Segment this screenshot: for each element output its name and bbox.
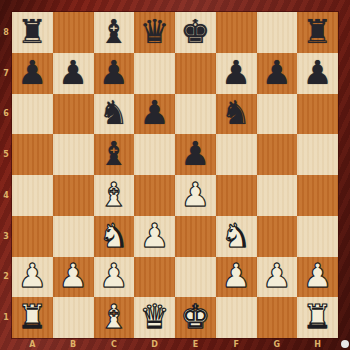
square-e2[interactable]	[175, 257, 216, 298]
square-g6[interactable]	[257, 94, 298, 135]
square-g7[interactable]: ♟	[257, 53, 298, 94]
piece-black-knight: ♞	[99, 96, 129, 129]
square-g5[interactable]	[257, 134, 298, 175]
square-f7[interactable]: ♟	[216, 53, 257, 94]
square-d6[interactable]: ♟	[134, 94, 175, 135]
file-label-c: C	[94, 338, 135, 350]
piece-black-king: ♚	[181, 15, 211, 48]
piece-black-rook: ♜	[18, 15, 48, 48]
piece-black-bishop: ♝	[99, 137, 129, 170]
piece-white-knight: ♞	[221, 219, 251, 252]
piece-white-pawn: ♟	[262, 259, 292, 292]
square-g8[interactable]	[257, 12, 298, 53]
rank-label-5: 5	[0, 134, 12, 175]
square-g3[interactable]	[257, 216, 298, 257]
piece-white-rook: ♜	[303, 300, 333, 333]
piece-black-knight: ♞	[221, 96, 251, 129]
square-e1[interactable]: ♚	[175, 297, 216, 338]
piece-white-pawn: ♟	[58, 259, 88, 292]
square-b4[interactable]	[53, 175, 94, 216]
piece-white-bishop: ♝	[99, 300, 129, 333]
file-label-b: B	[53, 338, 94, 350]
square-d2[interactable]	[134, 257, 175, 298]
square-h4[interactable]	[297, 175, 338, 216]
square-b5[interactable]	[53, 134, 94, 175]
square-b1[interactable]	[53, 297, 94, 338]
piece-white-knight: ♞	[99, 219, 129, 252]
piece-black-pawn: ♟	[221, 56, 251, 89]
square-b6[interactable]	[53, 94, 94, 135]
square-a4[interactable]	[12, 175, 53, 216]
square-c7[interactable]: ♟	[94, 53, 135, 94]
square-a8[interactable]: ♜	[12, 12, 53, 53]
file-label-e: E	[175, 338, 216, 350]
rank-label-3: 3	[0, 216, 12, 257]
piece-white-pawn: ♟	[140, 219, 170, 252]
piece-black-pawn: ♟	[58, 56, 88, 89]
piece-black-pawn: ♟	[18, 56, 48, 89]
piece-white-king: ♚	[181, 300, 211, 333]
piece-black-pawn: ♟	[99, 56, 129, 89]
square-c4[interactable]: ♝	[94, 175, 135, 216]
piece-black-queen: ♛	[140, 15, 170, 48]
piece-black-bishop: ♝	[99, 15, 129, 48]
file-label-f: F	[216, 338, 257, 350]
square-g1[interactable]	[257, 297, 298, 338]
square-f4[interactable]	[216, 175, 257, 216]
rank-label-2: 2	[0, 257, 12, 298]
file-label-g: G	[257, 338, 298, 350]
file-labels: ABCDEFGH	[12, 338, 338, 350]
square-d8[interactable]: ♛	[134, 12, 175, 53]
square-c8[interactable]: ♝	[94, 12, 135, 53]
square-d7[interactable]	[134, 53, 175, 94]
white-to-move-indicator	[341, 340, 349, 348]
square-f1[interactable]	[216, 297, 257, 338]
file-label-h: H	[297, 338, 338, 350]
square-h8[interactable]: ♜	[297, 12, 338, 53]
square-a2[interactable]: ♟	[12, 257, 53, 298]
rank-label-1: 1	[0, 297, 12, 338]
square-c1[interactable]: ♝	[94, 297, 135, 338]
rank-labels: 87654321	[0, 12, 12, 338]
square-h3[interactable]	[297, 216, 338, 257]
square-e8[interactable]: ♚	[175, 12, 216, 53]
square-f6[interactable]: ♞	[216, 94, 257, 135]
piece-white-queen: ♛	[140, 300, 170, 333]
square-e5[interactable]: ♟	[175, 134, 216, 175]
chess-board-frame: 87654321 ♜♝♛♚♜♟♟♟♟♟♟♞♟♞♝♟♝♟♞♟♞♟♟♟♟♟♟♜♝♛♚…	[0, 0, 350, 350]
square-f3[interactable]: ♞	[216, 216, 257, 257]
rank-label-7: 7	[0, 53, 12, 94]
square-h2[interactable]: ♟	[297, 257, 338, 298]
rank-label-6: 6	[0, 94, 12, 135]
square-d4[interactable]	[134, 175, 175, 216]
rank-label-8: 8	[0, 12, 12, 53]
square-a3[interactable]	[12, 216, 53, 257]
piece-white-rook: ♜	[18, 300, 48, 333]
square-b3[interactable]	[53, 216, 94, 257]
square-h7[interactable]: ♟	[297, 53, 338, 94]
file-label-a: A	[12, 338, 53, 350]
square-g4[interactable]	[257, 175, 298, 216]
square-g2[interactable]: ♟	[257, 257, 298, 298]
piece-white-pawn: ♟	[18, 259, 48, 292]
square-f5[interactable]	[216, 134, 257, 175]
piece-white-pawn: ♟	[303, 259, 333, 292]
square-b7[interactable]: ♟	[53, 53, 94, 94]
square-c3[interactable]: ♞	[94, 216, 135, 257]
square-d1[interactable]: ♛	[134, 297, 175, 338]
square-e4[interactable]: ♟	[175, 175, 216, 216]
file-label-d: D	[134, 338, 175, 350]
board-grid: ♜♝♛♚♜♟♟♟♟♟♟♞♟♞♝♟♝♟♞♟♞♟♟♟♟♟♟♜♝♛♚♜	[12, 12, 338, 338]
square-h1[interactable]: ♜	[297, 297, 338, 338]
piece-black-pawn: ♟	[140, 96, 170, 129]
square-d5[interactable]	[134, 134, 175, 175]
square-f2[interactable]: ♟	[216, 257, 257, 298]
square-a7[interactable]: ♟	[12, 53, 53, 94]
piece-black-pawn: ♟	[262, 56, 292, 89]
piece-white-pawn: ♟	[99, 259, 129, 292]
square-e7[interactable]	[175, 53, 216, 94]
square-d3[interactable]: ♟	[134, 216, 175, 257]
square-h6[interactable]	[297, 94, 338, 135]
square-e3[interactable]	[175, 216, 216, 257]
square-h5[interactable]	[297, 134, 338, 175]
piece-white-pawn: ♟	[181, 178, 211, 211]
square-e6[interactable]	[175, 94, 216, 135]
piece-white-pawn: ♟	[221, 259, 251, 292]
piece-black-rook: ♜	[303, 15, 333, 48]
square-a6[interactable]	[12, 94, 53, 135]
square-f8[interactable]	[216, 12, 257, 53]
square-a1[interactable]: ♜	[12, 297, 53, 338]
square-b2[interactable]: ♟	[53, 257, 94, 298]
square-c5[interactable]: ♝	[94, 134, 135, 175]
square-a5[interactable]	[12, 134, 53, 175]
piece-black-pawn: ♟	[181, 137, 211, 170]
piece-black-pawn: ♟	[303, 56, 333, 89]
rank-label-4: 4	[0, 175, 12, 216]
square-c2[interactable]: ♟	[94, 257, 135, 298]
piece-white-bishop: ♝	[99, 178, 129, 211]
square-b8[interactable]	[53, 12, 94, 53]
square-c6[interactable]: ♞	[94, 94, 135, 135]
